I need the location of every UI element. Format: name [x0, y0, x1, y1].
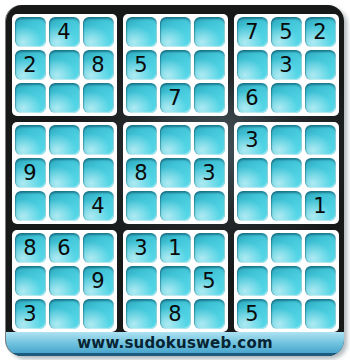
cell-r7c6[interactable] [194, 233, 225, 263]
cell-r2c2[interactable] [49, 50, 80, 80]
cell-r6c9-given[interactable]: 1 [305, 191, 336, 221]
cell-r1c8-given[interactable]: 5 [271, 17, 302, 47]
cell-r6c1[interactable] [15, 191, 46, 221]
cell-r1c5[interactable] [160, 17, 191, 47]
cell-r3c1[interactable] [15, 83, 46, 113]
board-inner: 4285775236948331869331585 [6, 5, 344, 332]
cell-r3c8[interactable] [271, 83, 302, 113]
cell-r7c3[interactable] [83, 233, 114, 263]
cell-r8c1[interactable] [15, 266, 46, 296]
cell-r9c7-given[interactable]: 5 [237, 299, 268, 329]
cell-r5c9[interactable] [305, 158, 336, 188]
sudoku-grid: 4285775236948331869331585 [11, 14, 339, 332]
cell-r1c9-given[interactable]: 2 [305, 17, 336, 47]
cell-r5c3[interactable] [83, 158, 114, 188]
cell-r4c8[interactable] [271, 125, 302, 155]
cell-r3c5-given[interactable]: 7 [160, 83, 191, 113]
cell-r8c7[interactable] [237, 266, 268, 296]
cell-r9c8[interactable] [271, 299, 302, 329]
cell-r4c4[interactable] [126, 125, 157, 155]
footer-band: www.sudokusweb.com [6, 332, 344, 356]
cell-r4c9[interactable] [305, 125, 336, 155]
sudoku-box-6: 31 [234, 122, 339, 224]
cell-r5c6-given[interactable]: 3 [194, 158, 225, 188]
cell-r3c4[interactable] [126, 83, 157, 113]
cell-r9c2[interactable] [49, 299, 80, 329]
cell-r2c6[interactable] [194, 50, 225, 80]
cell-r8c8[interactable] [271, 266, 302, 296]
cell-r2c7[interactable] [237, 50, 268, 80]
cell-r4c1[interactable] [15, 125, 46, 155]
cell-r1c3[interactable] [83, 17, 114, 47]
cell-r7c2-given[interactable]: 6 [49, 233, 80, 263]
cell-r6c4[interactable] [126, 191, 157, 221]
sudoku-box-3: 75236 [234, 14, 339, 116]
cell-r3c9[interactable] [305, 83, 336, 113]
cell-r1c1[interactable] [15, 17, 46, 47]
cell-r5c7[interactable] [237, 158, 268, 188]
cell-r4c2[interactable] [49, 125, 80, 155]
cell-r4c5[interactable] [160, 125, 191, 155]
cell-r9c6[interactable] [194, 299, 225, 329]
cell-r3c3[interactable] [83, 83, 114, 113]
cell-r2c3-given[interactable]: 8 [83, 50, 114, 80]
cell-r6c8[interactable] [271, 191, 302, 221]
cell-r5c5[interactable] [160, 158, 191, 188]
cell-r1c4[interactable] [126, 17, 157, 47]
cell-r9c9[interactable] [305, 299, 336, 329]
cell-r1c2-given[interactable]: 4 [49, 17, 80, 47]
cell-r6c2[interactable] [49, 191, 80, 221]
cell-r1c6[interactable] [194, 17, 225, 47]
cell-r5c1-given[interactable]: 9 [15, 158, 46, 188]
cell-r2c8-given[interactable]: 3 [271, 50, 302, 80]
cell-r2c9[interactable] [305, 50, 336, 80]
cell-r3c2[interactable] [49, 83, 80, 113]
sudoku-board: 4285775236948331869331585 www.sudokusweb… [6, 5, 344, 356]
cell-r7c5-given[interactable]: 1 [160, 233, 191, 263]
sudoku-box-9: 5 [234, 230, 339, 332]
cell-r8c3-given[interactable]: 9 [83, 266, 114, 296]
cell-r3c6[interactable] [194, 83, 225, 113]
cell-r9c3[interactable] [83, 299, 114, 329]
cell-r2c4-given[interactable]: 5 [126, 50, 157, 80]
footer-url-link[interactable]: www.sudokusweb.com [77, 334, 272, 352]
sudoku-box-2: 57 [123, 14, 228, 116]
cell-r8c2[interactable] [49, 266, 80, 296]
cell-r4c6[interactable] [194, 125, 225, 155]
sudoku-box-5: 83 [123, 122, 228, 224]
cell-r4c7-given[interactable]: 3 [237, 125, 268, 155]
cell-r6c3-given[interactable]: 4 [83, 191, 114, 221]
cell-r5c4-given[interactable]: 8 [126, 158, 157, 188]
cell-r7c1-given[interactable]: 8 [15, 233, 46, 263]
cell-r7c8[interactable] [271, 233, 302, 263]
cell-r9c1-given[interactable]: 3 [15, 299, 46, 329]
cell-r7c7[interactable] [237, 233, 268, 263]
cell-r9c5-given[interactable]: 8 [160, 299, 191, 329]
cell-r8c9[interactable] [305, 266, 336, 296]
cell-r6c5[interactable] [160, 191, 191, 221]
cell-r8c4[interactable] [126, 266, 157, 296]
cell-r6c7[interactable] [237, 191, 268, 221]
sudoku-box-7: 8693 [12, 230, 117, 332]
sudoku-box-8: 3158 [123, 230, 228, 332]
cell-r4c3[interactable] [83, 125, 114, 155]
cell-r6c6[interactable] [194, 191, 225, 221]
cell-r8c6-given[interactable]: 5 [194, 266, 225, 296]
cell-r7c9[interactable] [305, 233, 336, 263]
cell-r2c1-given[interactable]: 2 [15, 50, 46, 80]
cell-r2c5[interactable] [160, 50, 191, 80]
cell-r9c4[interactable] [126, 299, 157, 329]
cell-r3c7-given[interactable]: 6 [237, 83, 268, 113]
cell-r5c2[interactable] [49, 158, 80, 188]
cell-r5c8[interactable] [271, 158, 302, 188]
cell-r7c4-given[interactable]: 3 [126, 233, 157, 263]
sudoku-box-4: 94 [12, 122, 117, 224]
cell-r1c7-given[interactable]: 7 [237, 17, 268, 47]
sudoku-box-1: 428 [12, 14, 117, 116]
cell-r8c5[interactable] [160, 266, 191, 296]
